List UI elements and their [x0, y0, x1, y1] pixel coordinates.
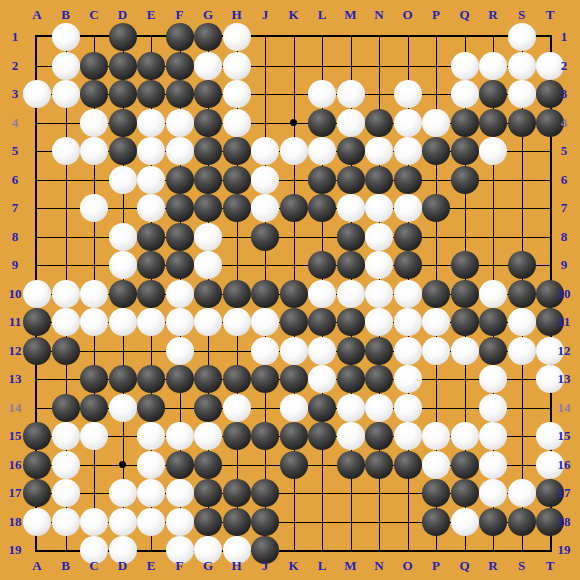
hoshi-point: [119, 461, 126, 468]
white-stone: [52, 280, 80, 308]
white-stone: [394, 422, 422, 450]
row-label-right: 18: [558, 514, 571, 530]
white-stone: [251, 308, 279, 336]
black-stone: [479, 308, 507, 336]
row-label-right: 2: [561, 58, 568, 74]
white-stone: [365, 137, 393, 165]
row-label-left: 9: [12, 257, 19, 273]
black-stone: [166, 251, 194, 279]
black-stone: [280, 308, 308, 336]
black-stone: [80, 394, 108, 422]
black-stone: [337, 365, 365, 393]
white-stone: [365, 251, 393, 279]
black-stone: [194, 166, 222, 194]
black-stone: [337, 223, 365, 251]
row-label-right: 4: [561, 115, 568, 131]
grid-cell: [294, 493, 323, 522]
column-label-top: P: [432, 7, 440, 23]
white-stone: [337, 80, 365, 108]
row-label-left: 14: [9, 400, 22, 416]
row-label-right: 10: [558, 286, 571, 302]
black-stone: [80, 52, 108, 80]
black-stone: [308, 422, 336, 450]
white-stone: [137, 194, 165, 222]
white-stone: [109, 479, 137, 507]
white-stone: [137, 451, 165, 479]
white-stone: [251, 337, 279, 365]
black-stone: [308, 308, 336, 336]
column-label-bottom: T: [546, 558, 555, 574]
white-stone: [52, 52, 80, 80]
grid-cell: [436, 379, 465, 408]
white-stone: [194, 223, 222, 251]
white-stone: [223, 23, 251, 51]
column-label-top: R: [488, 7, 497, 23]
black-stone: [137, 223, 165, 251]
white-stone: [109, 223, 137, 251]
column-label-bottom: A: [32, 558, 41, 574]
black-stone: [223, 365, 251, 393]
black-stone: [365, 451, 393, 479]
black-stone: [109, 23, 137, 51]
white-stone: [479, 280, 507, 308]
grid-cell: [522, 208, 551, 237]
white-stone: [109, 251, 137, 279]
black-stone: [223, 479, 251, 507]
black-stone: [422, 194, 450, 222]
black-stone: [308, 251, 336, 279]
column-label-bottom: Q: [459, 558, 469, 574]
white-stone: [479, 394, 507, 422]
row-label-left: 3: [12, 86, 19, 102]
black-stone: [251, 280, 279, 308]
white-stone: [223, 308, 251, 336]
black-stone: [394, 251, 422, 279]
black-stone: [109, 52, 137, 80]
white-stone: [422, 109, 450, 137]
black-stone: [308, 109, 336, 137]
row-label-left: 4: [12, 115, 19, 131]
white-stone: [508, 337, 536, 365]
black-stone: [422, 508, 450, 536]
grid-cell: [322, 493, 351, 522]
black-stone: [109, 280, 137, 308]
black-stone: [166, 80, 194, 108]
row-label-right: 13: [558, 371, 571, 387]
row-label-left: 2: [12, 58, 19, 74]
white-stone: [166, 508, 194, 536]
column-label-bottom: O: [402, 558, 412, 574]
white-stone: [394, 194, 422, 222]
black-stone: [109, 109, 137, 137]
column-label-top: B: [61, 7, 70, 23]
white-stone: [479, 479, 507, 507]
black-stone: [280, 194, 308, 222]
white-stone: [422, 422, 450, 450]
white-stone: [23, 80, 51, 108]
white-stone: [194, 308, 222, 336]
white-stone: [508, 52, 536, 80]
white-stone: [337, 280, 365, 308]
white-stone: [223, 109, 251, 137]
black-stone: [365, 109, 393, 137]
column-label-top: K: [288, 7, 298, 23]
white-stone: [23, 280, 51, 308]
black-stone: [365, 166, 393, 194]
grid-cell: [351, 37, 380, 66]
black-stone: [223, 137, 251, 165]
row-label-left: 10: [9, 286, 22, 302]
white-stone: [166, 337, 194, 365]
row-label-right: 5: [561, 143, 568, 159]
white-stone: [337, 194, 365, 222]
white-stone: [137, 422, 165, 450]
column-label-top: S: [518, 7, 525, 23]
column-label-bottom: C: [89, 558, 98, 574]
black-stone: [166, 223, 194, 251]
row-label-right: 14: [558, 400, 571, 416]
white-stone: [166, 280, 194, 308]
black-stone: [194, 109, 222, 137]
white-stone: [508, 479, 536, 507]
white-stone: [394, 80, 422, 108]
row-label-left: 12: [9, 343, 22, 359]
white-stone: [52, 508, 80, 536]
black-stone: [451, 451, 479, 479]
column-label-bottom: J: [262, 558, 269, 574]
white-stone: [280, 394, 308, 422]
column-label-top: H: [231, 7, 241, 23]
black-stone: [337, 251, 365, 279]
row-label-left: 11: [9, 314, 21, 330]
white-stone: [80, 308, 108, 336]
white-stone: [194, 52, 222, 80]
white-stone: [451, 80, 479, 108]
grid-cell: [493, 180, 522, 209]
black-stone: [166, 194, 194, 222]
black-stone: [23, 308, 51, 336]
white-stone: [251, 137, 279, 165]
white-stone: [137, 308, 165, 336]
row-label-right: 1: [561, 29, 568, 45]
black-stone: [166, 365, 194, 393]
white-stone: [394, 365, 422, 393]
black-stone: [194, 194, 222, 222]
row-label-left: 15: [9, 428, 22, 444]
row-label-right: 11: [558, 314, 570, 330]
white-stone: [365, 280, 393, 308]
white-stone: [80, 422, 108, 450]
column-label-bottom: B: [61, 558, 70, 574]
white-stone: [308, 365, 336, 393]
black-stone: [479, 109, 507, 137]
black-stone: [365, 365, 393, 393]
row-label-left: 5: [12, 143, 19, 159]
white-stone: [137, 508, 165, 536]
black-stone: [422, 137, 450, 165]
black-stone: [166, 52, 194, 80]
white-stone: [451, 508, 479, 536]
white-stone: [52, 308, 80, 336]
black-stone: [23, 422, 51, 450]
white-stone: [194, 422, 222, 450]
white-stone: [80, 109, 108, 137]
white-stone: [166, 479, 194, 507]
grid-cell: [408, 37, 437, 66]
black-stone: [194, 80, 222, 108]
grid-cell: [493, 208, 522, 237]
column-label-bottom: P: [432, 558, 440, 574]
column-label-bottom: L: [318, 558, 327, 574]
row-label-right: 3: [561, 86, 568, 102]
grid-cell: [322, 522, 351, 551]
white-stone: [422, 337, 450, 365]
white-stone: [109, 508, 137, 536]
white-stone: [308, 80, 336, 108]
white-stone: [223, 394, 251, 422]
white-stone: [251, 166, 279, 194]
row-label-left: 19: [9, 542, 22, 558]
black-stone: [479, 80, 507, 108]
black-stone: [194, 479, 222, 507]
white-stone: [223, 52, 251, 80]
row-label-left: 7: [12, 200, 19, 216]
black-stone: [194, 280, 222, 308]
black-stone: [451, 109, 479, 137]
black-stone: [80, 80, 108, 108]
column-label-top: L: [318, 7, 327, 23]
row-label-right: 16: [558, 457, 571, 473]
row-label-right: 19: [558, 542, 571, 558]
grid-cell: [37, 208, 66, 237]
row-label-right: 15: [558, 428, 571, 444]
black-stone: [508, 280, 536, 308]
black-stone: [508, 109, 536, 137]
black-stone: [508, 251, 536, 279]
white-stone: [365, 394, 393, 422]
white-stone: [80, 508, 108, 536]
column-label-bottom: G: [203, 558, 213, 574]
white-stone: [365, 223, 393, 251]
white-stone: [394, 394, 422, 422]
black-stone: [451, 479, 479, 507]
white-stone: [337, 109, 365, 137]
white-stone: [508, 80, 536, 108]
black-stone: [280, 422, 308, 450]
white-stone: [422, 308, 450, 336]
black-stone: [365, 422, 393, 450]
black-stone: [280, 365, 308, 393]
grid-cell: [265, 94, 294, 123]
black-stone: [194, 137, 222, 165]
black-stone: [479, 508, 507, 536]
white-stone: [80, 137, 108, 165]
white-stone: [109, 308, 137, 336]
black-stone: [451, 137, 479, 165]
black-stone: [194, 451, 222, 479]
black-stone: [109, 80, 137, 108]
white-stone: [137, 166, 165, 194]
column-label-top: F: [176, 7, 184, 23]
black-stone: [137, 280, 165, 308]
white-stone: [508, 23, 536, 51]
white-stone: [308, 337, 336, 365]
black-stone: [251, 508, 279, 536]
black-stone: [166, 451, 194, 479]
black-stone: [194, 365, 222, 393]
row-label-left: 18: [9, 514, 22, 530]
white-stone: [137, 109, 165, 137]
white-stone: [194, 251, 222, 279]
white-stone: [479, 451, 507, 479]
black-stone: [337, 137, 365, 165]
black-stone: [23, 479, 51, 507]
black-stone: [194, 508, 222, 536]
column-label-bottom: N: [374, 558, 383, 574]
row-label-left: 6: [12, 172, 19, 188]
black-stone: [137, 52, 165, 80]
column-label-bottom: H: [231, 558, 241, 574]
black-stone: [451, 308, 479, 336]
black-stone: [308, 166, 336, 194]
grid-cell: [522, 180, 551, 209]
white-stone: [137, 479, 165, 507]
go-board[interactable]: AABBCCDDEEFFGGHHJJKKLLMMNNOOPPQQRRSSTT11…: [0, 0, 580, 580]
black-stone: [109, 365, 137, 393]
white-stone: [109, 166, 137, 194]
black-stone: [137, 394, 165, 422]
black-stone: [422, 280, 450, 308]
white-stone: [365, 308, 393, 336]
white-stone: [166, 109, 194, 137]
black-stone: [137, 80, 165, 108]
row-label-left: 8: [12, 229, 19, 245]
black-stone: [52, 394, 80, 422]
black-stone: [137, 251, 165, 279]
grid-cell: [522, 151, 551, 180]
white-stone: [394, 137, 422, 165]
black-stone: [422, 479, 450, 507]
white-stone: [52, 137, 80, 165]
grid-cell: [265, 37, 294, 66]
black-stone: [194, 394, 222, 422]
column-label-top: O: [402, 7, 412, 23]
column-label-bottom: M: [344, 558, 356, 574]
row-label-right: 6: [561, 172, 568, 188]
white-stone: [166, 137, 194, 165]
grid-cell: [294, 37, 323, 66]
black-stone: [508, 508, 536, 536]
black-stone: [223, 422, 251, 450]
black-stone: [137, 365, 165, 393]
grid-cell: [66, 237, 95, 266]
black-stone: [308, 394, 336, 422]
grid-cell: [294, 522, 323, 551]
grid-cell: [37, 180, 66, 209]
black-stone: [80, 365, 108, 393]
column-label-top: D: [118, 7, 127, 23]
black-stone: [166, 23, 194, 51]
column-label-top: G: [203, 7, 213, 23]
column-label-top: M: [344, 7, 356, 23]
white-stone: [166, 308, 194, 336]
grid-cell: [37, 237, 66, 266]
black-stone: [23, 451, 51, 479]
white-stone: [80, 280, 108, 308]
white-stone: [394, 280, 422, 308]
black-stone: [251, 365, 279, 393]
black-stone: [251, 479, 279, 507]
white-stone: [337, 394, 365, 422]
white-stone: [52, 479, 80, 507]
black-stone: [337, 166, 365, 194]
white-stone: [52, 80, 80, 108]
column-label-top: Q: [459, 7, 469, 23]
white-stone: [422, 451, 450, 479]
row-label-left: 17: [9, 485, 22, 501]
white-stone: [394, 109, 422, 137]
white-stone: [109, 394, 137, 422]
row-label-right: 9: [561, 257, 568, 273]
black-stone: [194, 23, 222, 51]
black-stone: [251, 422, 279, 450]
white-stone: [52, 23, 80, 51]
black-stone: [166, 166, 194, 194]
black-stone: [479, 337, 507, 365]
black-stone: [223, 508, 251, 536]
white-stone: [479, 52, 507, 80]
column-label-bottom: K: [288, 558, 298, 574]
grid-cell: [322, 37, 351, 66]
white-stone: [479, 365, 507, 393]
grid-cell: [379, 522, 408, 551]
grid-cell: [265, 66, 294, 95]
hoshi-point: [290, 119, 297, 126]
black-stone: [451, 166, 479, 194]
column-label-top: E: [147, 7, 156, 23]
white-stone: [394, 308, 422, 336]
black-stone: [394, 223, 422, 251]
black-stone: [223, 166, 251, 194]
column-label-bottom: D: [118, 558, 127, 574]
column-label-top: N: [374, 7, 383, 23]
black-stone: [451, 251, 479, 279]
white-stone: [137, 137, 165, 165]
white-stone: [52, 422, 80, 450]
white-stone: [251, 194, 279, 222]
black-stone: [109, 137, 137, 165]
white-stone: [308, 137, 336, 165]
grid-cell: [379, 493, 408, 522]
row-label-left: 1: [12, 29, 19, 45]
column-label-bottom: R: [488, 558, 497, 574]
black-stone: [280, 280, 308, 308]
white-stone: [223, 80, 251, 108]
white-stone: [394, 337, 422, 365]
black-stone: [451, 280, 479, 308]
white-stone: [508, 308, 536, 336]
white-stone: [365, 194, 393, 222]
white-stone: [280, 137, 308, 165]
white-stone: [23, 508, 51, 536]
column-label-top: T: [546, 7, 555, 23]
white-stone: [280, 337, 308, 365]
column-label-bottom: E: [147, 558, 156, 574]
row-label-right: 8: [561, 229, 568, 245]
white-stone: [451, 52, 479, 80]
black-stone: [337, 451, 365, 479]
black-stone: [23, 337, 51, 365]
